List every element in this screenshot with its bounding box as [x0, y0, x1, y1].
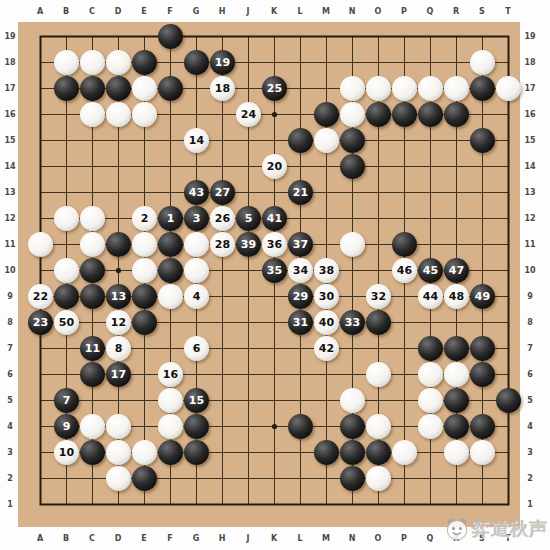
row-label-left-8: 8: [7, 318, 13, 327]
stone-white-S18: [470, 50, 495, 75]
move-number: 20: [267, 154, 282, 179]
row-label-left-15: 15: [4, 136, 15, 145]
move-number: 32: [371, 284, 386, 309]
stone-black-E2: [132, 466, 157, 491]
move-number: 7: [63, 388, 71, 413]
move-number: 41: [267, 206, 282, 231]
stone-white-Q9: 44: [418, 284, 443, 309]
stone-white-O4: [366, 414, 391, 439]
move-number: 22: [33, 284, 48, 309]
col-label-top-K: K: [271, 7, 277, 16]
stone-black-L8: 31: [288, 310, 313, 335]
stone-white-B18: [54, 50, 79, 75]
move-number: 13: [111, 284, 126, 309]
stone-white-Q4: [418, 414, 443, 439]
col-label-top-D: D: [115, 7, 122, 16]
stone-white-E12: 2: [132, 206, 157, 231]
move-number: 27: [215, 180, 230, 205]
move-number: 10: [59, 440, 74, 465]
row-label-left-3: 3: [7, 448, 13, 457]
stone-black-N14: [340, 154, 365, 179]
row-label-right-5: 5: [527, 396, 533, 405]
move-number: 1: [167, 206, 175, 231]
stone-white-H12: 26: [210, 206, 235, 231]
col-label-top-L: L: [297, 7, 302, 16]
row-label-left-4: 4: [7, 422, 13, 431]
col-label-bottom-L: L: [297, 534, 302, 543]
row-label-left-7: 7: [7, 344, 13, 353]
col-label-bottom-Q: Q: [427, 534, 434, 543]
stone-black-R16: [444, 102, 469, 127]
row-label-right-19: 19: [524, 32, 535, 41]
move-number: 37: [293, 232, 308, 257]
stone-black-L15: [288, 128, 313, 153]
stone-black-H18: 19: [210, 50, 235, 75]
stone-black-P11: [392, 232, 417, 257]
row-label-left-2: 2: [7, 474, 13, 483]
row-label-left-12: 12: [4, 214, 15, 223]
stone-black-N3: [340, 440, 365, 465]
stone-white-O9: 32: [366, 284, 391, 309]
stone-black-O3: [366, 440, 391, 465]
move-number: 6: [193, 336, 201, 361]
stone-black-A8: 23: [28, 310, 53, 335]
stone-white-A9: 22: [28, 284, 53, 309]
stone-white-E17: [132, 76, 157, 101]
stone-white-L10: 34: [288, 258, 313, 283]
stone-black-B17: [54, 76, 79, 101]
stone-white-D8: 12: [106, 310, 131, 335]
stone-black-D17: [106, 76, 131, 101]
stone-white-N5: [340, 388, 365, 413]
col-label-bottom-A: A: [37, 534, 43, 543]
col-label-top-G: G: [193, 7, 200, 16]
move-number: 34: [293, 258, 308, 283]
stone-black-K17: 25: [262, 76, 287, 101]
move-number: 5: [245, 206, 253, 231]
stone-black-G3: [184, 440, 209, 465]
stone-black-H13: 27: [210, 180, 235, 205]
stone-white-D7: 8: [106, 336, 131, 361]
move-number: 40: [319, 310, 334, 335]
col-label-bottom-H: H: [219, 534, 226, 543]
col-label-top-E: E: [141, 7, 146, 16]
row-label-left-1: 1: [7, 500, 13, 509]
row-label-right-10: 10: [524, 266, 535, 275]
col-label-top-N: N: [349, 7, 356, 16]
stone-white-S3: [470, 440, 495, 465]
stone-black-G12: 3: [184, 206, 209, 231]
stone-white-G15: 14: [184, 128, 209, 153]
watermark: 弈道秋声: [444, 516, 548, 542]
stone-white-D4: [106, 414, 131, 439]
go-diagram: 1918252414204327212132654128393637353438…: [0, 0, 550, 550]
stone-black-E18: [132, 50, 157, 75]
stone-white-R6: [444, 362, 469, 387]
move-number: 14: [189, 128, 204, 153]
stone-black-N2: [340, 466, 365, 491]
stone-black-Q7: [418, 336, 443, 361]
row-label-left-19: 19: [4, 32, 15, 41]
move-number: 49: [475, 284, 490, 309]
stone-black-S4: [470, 414, 495, 439]
col-label-bottom-P: P: [401, 534, 407, 543]
stone-white-C11: [80, 232, 105, 257]
stone-black-R7: [444, 336, 469, 361]
stone-black-B5: 7: [54, 388, 79, 413]
col-label-bottom-D: D: [115, 534, 122, 543]
row-label-left-13: 13: [4, 188, 15, 197]
stone-black-T5: [496, 388, 521, 413]
move-number: 21: [293, 180, 308, 205]
stone-white-F6: 16: [158, 362, 183, 387]
stone-white-H11: 28: [210, 232, 235, 257]
col-label-bottom-F: F: [167, 534, 172, 543]
stone-black-G5: 15: [184, 388, 209, 413]
row-label-right-9: 9: [527, 292, 533, 301]
stone-black-R10: 47: [444, 258, 469, 283]
stone-black-G4: [184, 414, 209, 439]
move-number: 28: [215, 232, 230, 257]
stone-white-P10: 46: [392, 258, 417, 283]
row-label-left-14: 14: [4, 162, 15, 171]
row-label-right-11: 11: [524, 240, 535, 249]
col-label-top-F: F: [167, 7, 172, 16]
stone-white-O2: [366, 466, 391, 491]
stone-black-S7: [470, 336, 495, 361]
move-number: 33: [345, 310, 360, 335]
stone-black-S6: [470, 362, 495, 387]
row-label-right-4: 4: [527, 422, 533, 431]
row-label-right-15: 15: [524, 136, 535, 145]
row-label-right-7: 7: [527, 344, 533, 353]
stone-white-O6: [366, 362, 391, 387]
stone-white-D3: [106, 440, 131, 465]
stone-black-F3: [158, 440, 183, 465]
stone-white-P17: [392, 76, 417, 101]
row-label-left-18: 18: [4, 58, 15, 67]
move-number: 23: [33, 310, 48, 335]
stone-white-J16: 24: [236, 102, 261, 127]
stone-white-E10: [132, 258, 157, 283]
row-label-right-8: 8: [527, 318, 533, 327]
stone-black-N15: [340, 128, 365, 153]
col-label-top-Q: Q: [427, 7, 434, 16]
move-number: 11: [85, 336, 100, 361]
move-number: 47: [449, 258, 464, 283]
stone-white-D18: [106, 50, 131, 75]
row-label-right-14: 14: [524, 162, 535, 171]
stone-black-F17: [158, 76, 183, 101]
stone-black-O8: [366, 310, 391, 335]
stone-white-F5: [158, 388, 183, 413]
star-point: [272, 424, 277, 429]
watermark-text: 弈道秋声: [472, 517, 548, 541]
star-point: [272, 112, 277, 117]
col-label-top-B: B: [63, 7, 69, 16]
move-number: 39: [241, 232, 256, 257]
stone-black-C10: [80, 258, 105, 283]
stone-black-M3: [314, 440, 339, 465]
col-label-top-M: M: [322, 7, 330, 16]
row-label-left-10: 10: [4, 266, 15, 275]
stone-white-T17: [496, 76, 521, 101]
col-label-bottom-N: N: [349, 534, 356, 543]
stone-white-B10: [54, 258, 79, 283]
move-number: 16: [163, 362, 178, 387]
stone-black-L9: 29: [288, 284, 313, 309]
stone-black-G13: 43: [184, 180, 209, 205]
stone-black-B4: 9: [54, 414, 79, 439]
stone-black-K12: 41: [262, 206, 287, 231]
stone-black-F10: [158, 258, 183, 283]
col-label-bottom-J: J: [247, 534, 250, 543]
row-label-right-12: 12: [524, 214, 535, 223]
stone-white-C18: [80, 50, 105, 75]
stone-black-E8: [132, 310, 157, 335]
col-label-bottom-B: B: [63, 534, 69, 543]
star-point: [116, 268, 121, 273]
move-number: 26: [215, 206, 230, 231]
stone-white-F9: [158, 284, 183, 309]
row-label-right-2: 2: [527, 474, 533, 483]
stone-white-E16: [132, 102, 157, 127]
stone-black-D11: [106, 232, 131, 257]
move-number: 4: [193, 284, 201, 309]
row-label-right-16: 16: [524, 110, 535, 119]
row-label-left-16: 16: [4, 110, 15, 119]
row-label-left-9: 9: [7, 292, 13, 301]
row-label-left-5: 5: [7, 396, 13, 405]
move-number: 43: [189, 180, 204, 205]
stone-white-M7: 42: [314, 336, 339, 361]
stone-white-C16: [80, 102, 105, 127]
stone-white-C12: [80, 206, 105, 231]
move-number: 44: [423, 284, 438, 309]
col-label-top-T: T: [505, 7, 510, 16]
stone-black-N4: [340, 414, 365, 439]
move-number: 15: [189, 388, 204, 413]
stone-white-O17: [366, 76, 391, 101]
stone-white-B3: 10: [54, 440, 79, 465]
stone-black-G18: [184, 50, 209, 75]
stone-black-F19: [158, 24, 183, 49]
stone-black-F11: [158, 232, 183, 257]
stone-white-R17: [444, 76, 469, 101]
stone-white-M8: 40: [314, 310, 339, 335]
row-label-right-17: 17: [524, 84, 535, 93]
stone-white-H17: 18: [210, 76, 235, 101]
stone-white-Q17: [418, 76, 443, 101]
row-label-left-17: 17: [4, 84, 15, 93]
move-number: 45: [423, 258, 438, 283]
stone-white-N16: [340, 102, 365, 127]
move-number: 46: [397, 258, 412, 283]
move-number: 24: [241, 102, 256, 127]
col-label-top-C: C: [89, 7, 95, 16]
stone-black-C9: [80, 284, 105, 309]
stone-white-C4: [80, 414, 105, 439]
col-label-bottom-K: K: [271, 534, 277, 543]
stone-white-Q5: [418, 388, 443, 413]
row-label-right-1: 1: [527, 500, 533, 509]
mascot-logo-icon: [444, 516, 470, 542]
stone-white-A11: [28, 232, 53, 257]
row-label-right-6: 6: [527, 370, 533, 379]
stone-white-K11: 36: [262, 232, 287, 257]
stone-white-M10: 38: [314, 258, 339, 283]
move-number: 38: [319, 258, 334, 283]
stone-white-N17: [340, 76, 365, 101]
stone-black-K10: 35: [262, 258, 287, 283]
move-number: 9: [63, 414, 71, 439]
col-label-bottom-E: E: [141, 534, 146, 543]
stone-black-C6: [80, 362, 105, 387]
stone-white-G7: 6: [184, 336, 209, 361]
col-label-bottom-C: C: [89, 534, 95, 543]
row-label-left-6: 6: [7, 370, 13, 379]
row-label-right-13: 13: [524, 188, 535, 197]
stone-black-L4: [288, 414, 313, 439]
stone-white-M15: [314, 128, 339, 153]
col-label-bottom-O: O: [375, 534, 382, 543]
move-number: 48: [449, 284, 464, 309]
stone-black-C17: [80, 76, 105, 101]
stone-black-D6: 17: [106, 362, 131, 387]
stone-black-S17: [470, 76, 495, 101]
stone-white-B8: 50: [54, 310, 79, 335]
col-label-top-J: J: [247, 7, 250, 16]
move-number: 42: [319, 336, 334, 361]
stone-black-R5: [444, 388, 469, 413]
stone-white-M9: 30: [314, 284, 339, 309]
move-number: 30: [319, 284, 334, 309]
stone-black-J12: 5: [236, 206, 261, 231]
col-label-bottom-G: G: [193, 534, 200, 543]
stone-black-S15: [470, 128, 495, 153]
col-label-top-P: P: [401, 7, 407, 16]
move-number: 12: [111, 310, 126, 335]
stone-white-G9: 4: [184, 284, 209, 309]
stone-black-B9: [54, 284, 79, 309]
stone-white-N11: [340, 232, 365, 257]
stone-black-L13: 21: [288, 180, 313, 205]
stone-black-C7: 11: [80, 336, 105, 361]
stone-black-F12: 1: [158, 206, 183, 231]
go-board[interactable]: 1918252414204327212132654128393637353438…: [18, 22, 520, 527]
move-number: 18: [215, 76, 230, 101]
stone-white-P3: [392, 440, 417, 465]
stone-black-M16: [314, 102, 339, 127]
col-label-top-H: H: [219, 7, 226, 16]
stone-black-R4: [444, 414, 469, 439]
move-number: 2: [141, 206, 149, 231]
stone-white-G11: [184, 232, 209, 257]
row-label-left-11: 11: [4, 240, 15, 249]
stone-black-C3: [80, 440, 105, 465]
move-number: 19: [215, 50, 230, 75]
move-number: 25: [267, 76, 282, 101]
move-number: 8: [115, 336, 123, 361]
col-label-top-A: A: [37, 7, 43, 16]
move-number: 17: [111, 362, 126, 387]
move-number: 36: [267, 232, 282, 257]
stone-white-D2: [106, 466, 131, 491]
row-label-right-18: 18: [524, 58, 535, 67]
stone-black-J11: 39: [236, 232, 261, 257]
stone-white-E11: [132, 232, 157, 257]
move-number: 50: [59, 310, 74, 335]
stone-black-L11: 37: [288, 232, 313, 257]
stone-white-F4: [158, 414, 183, 439]
stone-white-E3: [132, 440, 157, 465]
stone-white-B12: [54, 206, 79, 231]
row-label-right-3: 3: [527, 448, 533, 457]
move-number: 35: [267, 258, 282, 283]
stone-white-K14: 20: [262, 154, 287, 179]
stone-black-P16: [392, 102, 417, 127]
move-number: 3: [193, 206, 201, 231]
col-label-top-O: O: [375, 7, 382, 16]
stone-black-Q16: [418, 102, 443, 127]
stone-white-R9: 48: [444, 284, 469, 309]
stone-black-O16: [366, 102, 391, 127]
stone-black-D9: 13: [106, 284, 131, 309]
stone-black-S9: 49: [470, 284, 495, 309]
stone-black-Q10: 45: [418, 258, 443, 283]
stone-white-D16: [106, 102, 131, 127]
move-number: 29: [293, 284, 308, 309]
col-label-bottom-M: M: [322, 534, 330, 543]
stone-white-G10: [184, 258, 209, 283]
col-label-top-R: R: [453, 7, 459, 16]
stone-white-R3: [444, 440, 469, 465]
stone-black-E9: [132, 284, 157, 309]
col-label-top-S: S: [479, 7, 485, 16]
stone-white-Q6: [418, 362, 443, 387]
stone-black-N8: 33: [340, 310, 365, 335]
move-number: 31: [293, 310, 308, 335]
